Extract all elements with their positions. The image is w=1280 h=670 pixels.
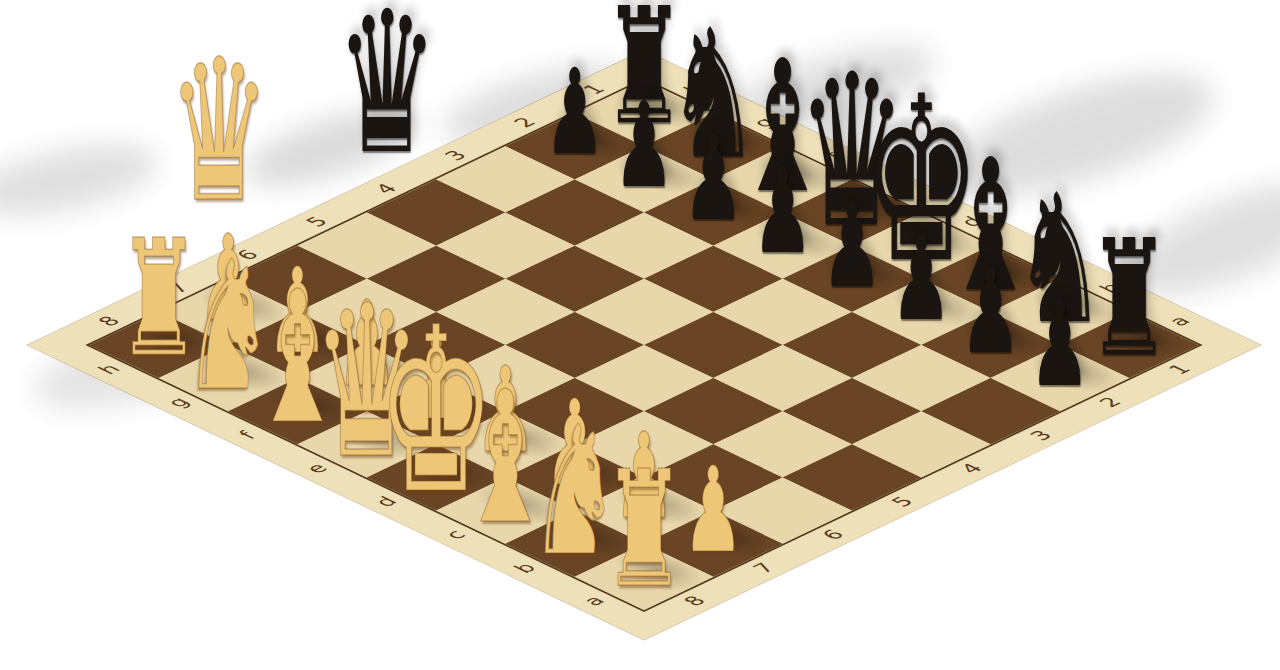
black-pawn[interactable]: ♟ — [891, 219, 952, 337]
extra-white-queen[interactable]: ♛ — [168, 33, 270, 229]
coordinate-label: h — [92, 361, 125, 377]
white-pawn[interactable]: ♟ — [683, 451, 744, 569]
black-pawn[interactable]: ♟ — [544, 53, 605, 171]
coordinate-label: a — [578, 593, 610, 609]
black-pawn[interactable]: ♟ — [613, 86, 674, 204]
coordinate-label: 8 — [678, 593, 711, 609]
coordinate-label: c — [440, 527, 471, 542]
coordinate-label: 5 — [886, 494, 919, 510]
coordinate-label: g — [162, 394, 195, 410]
black-pawn[interactable]: ♟ — [1029, 285, 1090, 403]
coordinate-label: 3 — [439, 148, 472, 164]
coordinate-label: 7 — [747, 560, 780, 576]
scene: hgfedcba1♜♞♝♛♚♝♞♜12♟♟♟♟♟♟♟♟2334455667♟♟♟… — [0, 0, 1280, 670]
coordinate-label: 4 — [955, 460, 988, 476]
coordinate-label: f — [233, 429, 261, 442]
coordinate-label: 2 — [1094, 394, 1127, 410]
coordinate-label: 2 — [508, 114, 541, 130]
white-rook[interactable]: ♜ — [602, 450, 685, 610]
coordinate-label: d — [369, 494, 402, 510]
black-pawn[interactable]: ♟ — [821, 186, 882, 304]
coordinate-label: 5 — [300, 214, 333, 230]
black-pawn[interactable]: ♟ — [960, 252, 1021, 370]
coordinate-label: 1 — [1163, 361, 1196, 377]
coordinate-label: 3 — [1024, 427, 1057, 443]
extra-black-queen[interactable]: ♛ — [336, 0, 438, 181]
coordinate-label: e — [300, 461, 333, 477]
coordinate-label: 6 — [816, 527, 849, 543]
black-pawn[interactable]: ♟ — [752, 152, 813, 270]
black-rook[interactable]: ♜ — [1087, 219, 1170, 379]
black-pawn[interactable]: ♟ — [683, 119, 744, 237]
coordinate-label: b — [508, 560, 541, 576]
